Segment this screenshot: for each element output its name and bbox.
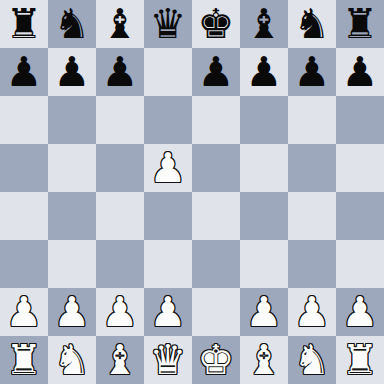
square-a6[interactable] — [0, 96, 48, 144]
square-h8[interactable]: ♜ — [336, 0, 384, 48]
square-g1[interactable]: ♞ — [288, 336, 336, 384]
square-e5[interactable] — [192, 144, 240, 192]
square-g5[interactable] — [288, 144, 336, 192]
white-rook[interactable]: ♜ — [342, 336, 379, 384]
square-c5[interactable] — [96, 144, 144, 192]
square-b7[interactable]: ♟︎ — [48, 48, 96, 96]
black-pawn[interactable]: ♟︎ — [342, 48, 379, 96]
square-h1[interactable]: ♜ — [336, 336, 384, 384]
square-b1[interactable]: ♞ — [48, 336, 96, 384]
white-queen[interactable]: ♛ — [150, 336, 187, 384]
white-pawn[interactable]: ♟︎ — [102, 288, 139, 336]
square-f3[interactable] — [240, 240, 288, 288]
black-rook[interactable]: ♜ — [342, 0, 379, 48]
square-f2[interactable]: ♟︎ — [240, 288, 288, 336]
white-pawn[interactable]: ♟︎ — [342, 288, 379, 336]
square-d7[interactable] — [144, 48, 192, 96]
square-e2[interactable] — [192, 288, 240, 336]
square-c3[interactable] — [96, 240, 144, 288]
square-b3[interactable] — [48, 240, 96, 288]
white-king[interactable]: ♚ — [198, 336, 235, 384]
white-pawn[interactable]: ♟︎ — [6, 288, 43, 336]
square-f8[interactable]: ♝ — [240, 0, 288, 48]
black-queen[interactable]: ♛ — [150, 0, 187, 48]
square-c1[interactable]: ♝ — [96, 336, 144, 384]
square-g2[interactable]: ♟︎ — [288, 288, 336, 336]
square-f7[interactable]: ♟︎ — [240, 48, 288, 96]
square-b6[interactable] — [48, 96, 96, 144]
square-g4[interactable] — [288, 192, 336, 240]
square-a4[interactable] — [0, 192, 48, 240]
black-pawn[interactable]: ♟︎ — [54, 48, 91, 96]
square-d8[interactable]: ♛ — [144, 0, 192, 48]
square-f6[interactable] — [240, 96, 288, 144]
square-a2[interactable]: ♟︎ — [0, 288, 48, 336]
square-e6[interactable] — [192, 96, 240, 144]
square-c4[interactable] — [96, 192, 144, 240]
square-c8[interactable]: ♝ — [96, 0, 144, 48]
square-f4[interactable] — [240, 192, 288, 240]
black-pawn[interactable]: ♟︎ — [102, 48, 139, 96]
square-h4[interactable] — [336, 192, 384, 240]
square-e3[interactable] — [192, 240, 240, 288]
square-g8[interactable]: ♞ — [288, 0, 336, 48]
square-a3[interactable] — [0, 240, 48, 288]
black-pawn[interactable]: ♟︎ — [294, 48, 331, 96]
square-h3[interactable] — [336, 240, 384, 288]
white-pawn[interactable]: ♟︎ — [150, 144, 187, 192]
square-h2[interactable]: ♟︎ — [336, 288, 384, 336]
white-pawn[interactable]: ♟︎ — [246, 288, 283, 336]
black-knight[interactable]: ♞ — [294, 0, 331, 48]
white-pawn[interactable]: ♟︎ — [150, 288, 187, 336]
square-c2[interactable]: ♟︎ — [96, 288, 144, 336]
black-king[interactable]: ♚ — [198, 0, 235, 48]
square-d5[interactable]: ♟︎ — [144, 144, 192, 192]
black-pawn[interactable]: ♟︎ — [246, 48, 283, 96]
white-pawn[interactable]: ♟︎ — [294, 288, 331, 336]
black-bishop[interactable]: ♝ — [246, 0, 283, 48]
square-d6[interactable] — [144, 96, 192, 144]
square-f1[interactable]: ♝ — [240, 336, 288, 384]
square-a1[interactable]: ♜ — [0, 336, 48, 384]
square-d2[interactable]: ♟︎ — [144, 288, 192, 336]
square-b4[interactable] — [48, 192, 96, 240]
white-rook[interactable]: ♜ — [6, 336, 43, 384]
square-d3[interactable] — [144, 240, 192, 288]
square-c6[interactable] — [96, 96, 144, 144]
square-e4[interactable] — [192, 192, 240, 240]
black-bishop[interactable]: ♝ — [102, 0, 139, 48]
square-a5[interactable] — [0, 144, 48, 192]
black-pawn[interactable]: ♟︎ — [198, 48, 235, 96]
white-knight[interactable]: ♞ — [294, 336, 331, 384]
black-knight[interactable]: ♞ — [54, 0, 91, 48]
black-rook[interactable]: ♜ — [6, 0, 43, 48]
square-f5[interactable] — [240, 144, 288, 192]
square-b8[interactable]: ♞ — [48, 0, 96, 48]
black-pawn[interactable]: ♟︎ — [6, 48, 43, 96]
square-d4[interactable] — [144, 192, 192, 240]
square-b5[interactable] — [48, 144, 96, 192]
square-g6[interactable] — [288, 96, 336, 144]
white-knight[interactable]: ♞ — [54, 336, 91, 384]
square-g3[interactable] — [288, 240, 336, 288]
square-h5[interactable] — [336, 144, 384, 192]
square-e7[interactable]: ♟︎ — [192, 48, 240, 96]
square-g7[interactable]: ♟︎ — [288, 48, 336, 96]
white-bishop[interactable]: ♝ — [246, 336, 283, 384]
white-bishop[interactable]: ♝ — [102, 336, 139, 384]
white-pawn[interactable]: ♟︎ — [54, 288, 91, 336]
square-a7[interactable]: ♟︎ — [0, 48, 48, 96]
square-a8[interactable]: ♜ — [0, 0, 48, 48]
square-b2[interactable]: ♟︎ — [48, 288, 96, 336]
square-d1[interactable]: ♛ — [144, 336, 192, 384]
square-h6[interactable] — [336, 96, 384, 144]
chess-board: ♜♞♝♛♚♝♞♜♟︎♟︎♟︎♟︎♟︎♟︎♟︎♟︎♟︎♟︎♟︎♟︎♟︎♟︎♟︎♜♞… — [0, 0, 384, 384]
square-c7[interactable]: ♟︎ — [96, 48, 144, 96]
square-h7[interactable]: ♟︎ — [336, 48, 384, 96]
square-e1[interactable]: ♚ — [192, 336, 240, 384]
square-e8[interactable]: ♚ — [192, 0, 240, 48]
